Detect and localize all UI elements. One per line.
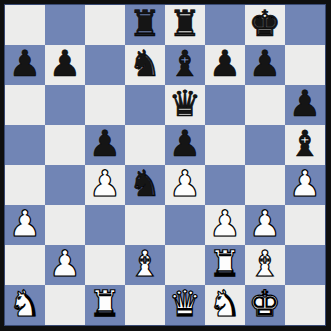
square-h7[interactable] (285, 45, 325, 85)
piece-black-pawn-b7[interactable]: ♟ (49, 45, 81, 84)
square-f5[interactable] (205, 125, 245, 165)
piece-white-knight-a1[interactable]: ♞ (9, 285, 41, 324)
square-f8[interactable] (205, 5, 245, 45)
piece-black-pawn-e5[interactable]: ♟ (169, 125, 201, 164)
square-g3[interactable]: ♟ (245, 205, 285, 245)
square-e4[interactable]: ♟ (165, 165, 205, 205)
square-f1[interactable]: ♞ (205, 285, 245, 325)
square-h1[interactable] (285, 285, 325, 325)
square-a4[interactable] (5, 165, 45, 205)
square-b4[interactable] (45, 165, 85, 205)
square-b6[interactable] (45, 85, 85, 125)
board-frame: ♜♜♚♟♟♞♝♟♟♛♟♟♟♝♟♞♟♟♟♟♟♟♝♜♝♞♜♛♞♚ (0, 0, 331, 331)
square-f6[interactable] (205, 85, 245, 125)
square-b5[interactable] (45, 125, 85, 165)
square-d7[interactable]: ♞ (125, 45, 165, 85)
piece-black-rook-d8[interactable]: ♜ (129, 5, 161, 44)
chess-board: ♜♜♚♟♟♞♝♟♟♛♟♟♟♝♟♞♟♟♟♟♟♟♝♜♝♞♜♛♞♚ (4, 4, 326, 326)
piece-black-knight-d4[interactable]: ♞ (129, 165, 161, 204)
square-c4[interactable]: ♟ (85, 165, 125, 205)
square-d5[interactable] (125, 125, 165, 165)
square-g7[interactable]: ♟ (245, 45, 285, 85)
square-e8[interactable]: ♜ (165, 5, 205, 45)
square-g2[interactable]: ♝ (245, 245, 285, 285)
piece-black-king-g8[interactable]: ♚ (249, 5, 281, 44)
square-a7[interactable]: ♟ (5, 45, 45, 85)
piece-white-pawn-b2[interactable]: ♟ (49, 245, 81, 284)
piece-black-bishop-h5[interactable]: ♝ (289, 125, 321, 164)
square-c7[interactable] (85, 45, 125, 85)
square-e5[interactable]: ♟ (165, 125, 205, 165)
piece-black-rook-e8[interactable]: ♜ (169, 5, 201, 44)
piece-black-knight-d7[interactable]: ♞ (129, 45, 161, 84)
square-c2[interactable] (85, 245, 125, 285)
piece-black-queen-e6[interactable]: ♛ (169, 85, 201, 124)
square-h4[interactable]: ♟ (285, 165, 325, 205)
square-a1[interactable]: ♞ (5, 285, 45, 325)
piece-black-pawn-f7[interactable]: ♟ (209, 45, 241, 84)
piece-white-pawn-c4[interactable]: ♟ (89, 165, 121, 204)
square-f3[interactable]: ♟ (205, 205, 245, 245)
square-d4[interactable]: ♞ (125, 165, 165, 205)
square-g6[interactable] (245, 85, 285, 125)
square-f7[interactable]: ♟ (205, 45, 245, 85)
piece-white-bishop-g2[interactable]: ♝ (249, 245, 281, 284)
square-f2[interactable]: ♜ (205, 245, 245, 285)
square-b2[interactable]: ♟ (45, 245, 85, 285)
square-a6[interactable] (5, 85, 45, 125)
piece-white-rook-f2[interactable]: ♜ (209, 245, 241, 284)
square-g1[interactable]: ♚ (245, 285, 285, 325)
square-b3[interactable] (45, 205, 85, 245)
square-g8[interactable]: ♚ (245, 5, 285, 45)
square-b7[interactable]: ♟ (45, 45, 85, 85)
square-a8[interactable] (5, 5, 45, 45)
piece-black-pawn-c5[interactable]: ♟ (89, 125, 121, 164)
square-e6[interactable]: ♛ (165, 85, 205, 125)
square-d6[interactable] (125, 85, 165, 125)
square-c8[interactable] (85, 5, 125, 45)
square-a3[interactable]: ♟ (5, 205, 45, 245)
piece-white-pawn-e4[interactable]: ♟ (169, 165, 201, 204)
piece-black-pawn-g7[interactable]: ♟ (249, 45, 281, 84)
square-g4[interactable] (245, 165, 285, 205)
piece-white-knight-f1[interactable]: ♞ (209, 285, 241, 324)
square-a5[interactable] (5, 125, 45, 165)
square-e1[interactable]: ♛ (165, 285, 205, 325)
square-c3[interactable] (85, 205, 125, 245)
square-e3[interactable] (165, 205, 205, 245)
piece-white-queen-e1[interactable]: ♛ (169, 285, 201, 324)
square-d3[interactable] (125, 205, 165, 245)
square-d8[interactable]: ♜ (125, 5, 165, 45)
square-h8[interactable] (285, 5, 325, 45)
piece-white-pawn-f3[interactable]: ♟ (209, 205, 241, 244)
square-c1[interactable]: ♜ (85, 285, 125, 325)
piece-white-king-g1[interactable]: ♚ (249, 285, 281, 324)
square-e2[interactable] (165, 245, 205, 285)
square-d1[interactable] (125, 285, 165, 325)
square-d2[interactable]: ♝ (125, 245, 165, 285)
square-h6[interactable]: ♟ (285, 85, 325, 125)
piece-white-rook-c1[interactable]: ♜ (89, 285, 121, 324)
piece-white-pawn-g3[interactable]: ♟ (249, 205, 281, 244)
square-c5[interactable]: ♟ (85, 125, 125, 165)
piece-black-pawn-a7[interactable]: ♟ (9, 45, 41, 84)
piece-black-pawn-h6[interactable]: ♟ (289, 85, 321, 124)
square-h2[interactable] (285, 245, 325, 285)
square-e7[interactable]: ♝ (165, 45, 205, 85)
square-b1[interactable] (45, 285, 85, 325)
square-h3[interactable] (285, 205, 325, 245)
square-c6[interactable] (85, 85, 125, 125)
square-g5[interactable] (245, 125, 285, 165)
piece-white-bishop-d2[interactable]: ♝ (129, 245, 161, 284)
square-a2[interactable] (5, 245, 45, 285)
piece-white-pawn-a3[interactable]: ♟ (9, 205, 41, 244)
piece-white-pawn-h4[interactable]: ♟ (289, 165, 321, 204)
square-f4[interactable] (205, 165, 245, 205)
square-h5[interactable]: ♝ (285, 125, 325, 165)
piece-black-bishop-e7[interactable]: ♝ (169, 45, 201, 84)
square-b8[interactable] (45, 5, 85, 45)
